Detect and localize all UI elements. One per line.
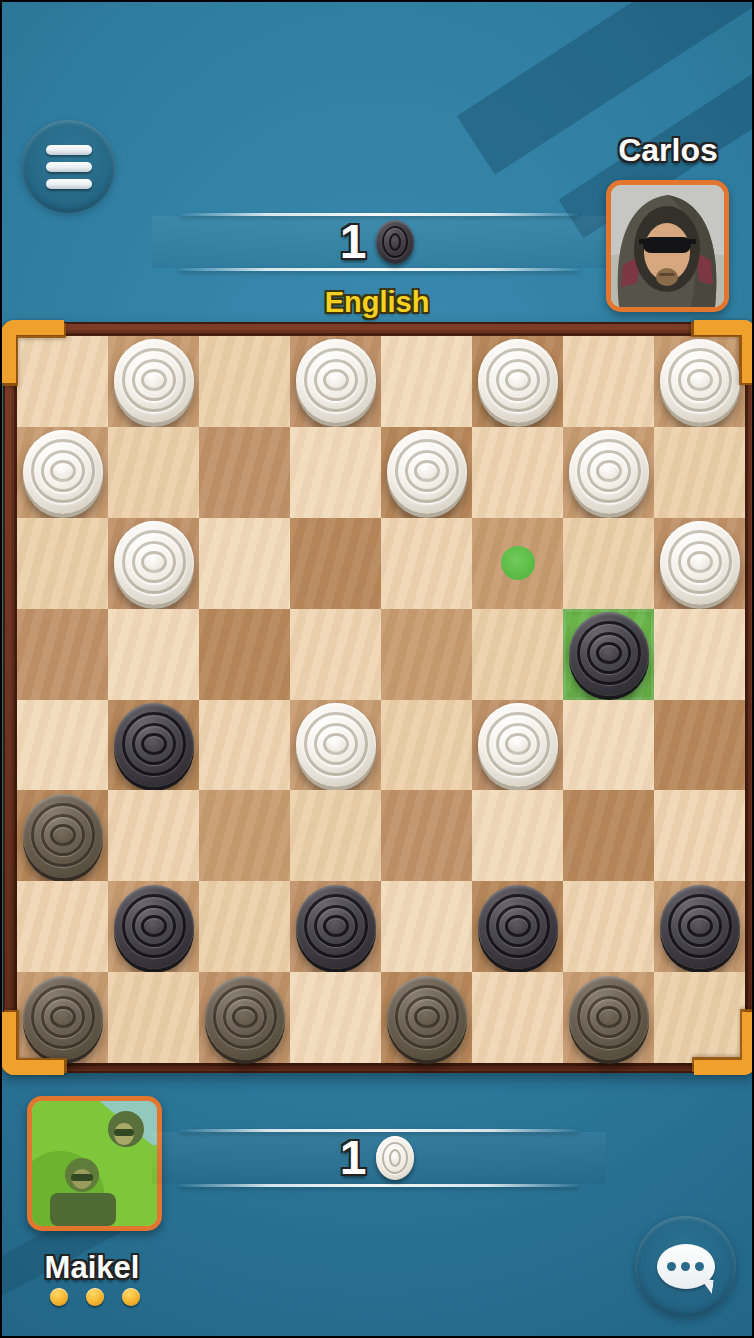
black-piece[interactable] bbox=[387, 976, 467, 1060]
white-piece[interactable] bbox=[569, 430, 649, 514]
white-checker-icon bbox=[376, 1136, 414, 1180]
status-dots-row bbox=[50, 1288, 140, 1306]
board-corner-bracket bbox=[1, 320, 64, 383]
square-r4c2[interactable] bbox=[108, 609, 199, 700]
square-r5c3[interactable] bbox=[199, 700, 290, 791]
white-piece[interactable] bbox=[387, 430, 467, 514]
checkers-game-screen: Carlos 1 English bbox=[0, 0, 754, 1338]
square-r3c3[interactable] bbox=[199, 518, 290, 609]
white-piece[interactable] bbox=[478, 703, 558, 787]
square-r5c6[interactable] bbox=[472, 700, 563, 791]
square-r4c6[interactable] bbox=[472, 609, 563, 700]
board-corner-bracket bbox=[1, 1012, 64, 1075]
square-r3c5[interactable] bbox=[381, 518, 472, 609]
square-r5c1[interactable] bbox=[17, 700, 108, 791]
white-piece[interactable] bbox=[478, 339, 558, 423]
square-r5c4[interactable] bbox=[290, 700, 381, 791]
square-r4c3[interactable] bbox=[199, 609, 290, 700]
square-r2c7[interactable] bbox=[563, 427, 654, 518]
black-piece[interactable] bbox=[114, 703, 194, 787]
square-r8c3[interactable] bbox=[199, 972, 290, 1063]
square-r1c5[interactable] bbox=[381, 336, 472, 427]
white-piece[interactable] bbox=[296, 703, 376, 787]
square-r2c1[interactable] bbox=[17, 427, 108, 518]
square-r8c4[interactable] bbox=[290, 972, 381, 1063]
status-dot bbox=[122, 1288, 140, 1306]
player-name: Maikel bbox=[7, 1250, 177, 1286]
square-r3c1[interactable] bbox=[17, 518, 108, 609]
square-r1c4[interactable] bbox=[290, 336, 381, 427]
square-r2c4[interactable] bbox=[290, 427, 381, 518]
black-piece[interactable] bbox=[569, 612, 649, 696]
square-r6c5[interactable] bbox=[381, 790, 472, 881]
square-r3c2[interactable] bbox=[108, 518, 199, 609]
menu-button[interactable] bbox=[22, 120, 115, 213]
white-piece[interactable] bbox=[660, 521, 740, 605]
square-r3c7[interactable] bbox=[563, 518, 654, 609]
square-r3c4[interactable] bbox=[290, 518, 381, 609]
black-piece[interactable] bbox=[296, 885, 376, 969]
square-r7c5[interactable] bbox=[381, 881, 472, 972]
square-r2c8[interactable] bbox=[654, 427, 745, 518]
square-r6c3[interactable] bbox=[199, 790, 290, 881]
black-piece[interactable] bbox=[569, 976, 649, 1060]
square-r6c4[interactable] bbox=[290, 790, 381, 881]
square-r2c5[interactable] bbox=[381, 427, 472, 518]
square-r5c7[interactable] bbox=[563, 700, 654, 791]
board-corner-bracket bbox=[694, 1012, 754, 1075]
chat-bubble-icon bbox=[657, 1244, 715, 1289]
black-piece[interactable] bbox=[23, 794, 103, 878]
player-captured-count: 1 bbox=[340, 1134, 367, 1182]
square-r2c6[interactable] bbox=[472, 427, 563, 518]
square-r6c6[interactable] bbox=[472, 790, 563, 881]
board-corner-bracket bbox=[694, 320, 754, 383]
square-r3c8[interactable] bbox=[654, 518, 745, 609]
square-r4c4[interactable] bbox=[290, 609, 381, 700]
white-piece[interactable] bbox=[114, 339, 194, 423]
square-r6c1[interactable] bbox=[17, 790, 108, 881]
square-r7c4[interactable] bbox=[290, 881, 381, 972]
opponent-captured-count: 1 bbox=[340, 218, 367, 266]
board-grid bbox=[17, 336, 745, 1063]
square-r6c8[interactable] bbox=[654, 790, 745, 881]
black-piece[interactable] bbox=[660, 885, 740, 969]
square-r6c2[interactable] bbox=[108, 790, 199, 881]
square-r8c6[interactable] bbox=[472, 972, 563, 1063]
square-r2c3[interactable] bbox=[199, 427, 290, 518]
white-piece[interactable] bbox=[114, 521, 194, 605]
square-r6c7[interactable] bbox=[563, 790, 654, 881]
score-line bbox=[179, 1184, 579, 1187]
square-r7c7[interactable] bbox=[563, 881, 654, 972]
score-line bbox=[179, 268, 579, 271]
square-r1c7[interactable] bbox=[563, 336, 654, 427]
black-piece[interactable] bbox=[205, 976, 285, 1060]
square-r5c2[interactable] bbox=[108, 700, 199, 791]
square-r1c2[interactable] bbox=[108, 336, 199, 427]
player-capture-counter: 1 bbox=[2, 1134, 752, 1182]
score-line bbox=[179, 1129, 579, 1132]
square-r4c5[interactable] bbox=[381, 609, 472, 700]
square-r4c7[interactable] bbox=[563, 609, 654, 700]
opponent-name: Carlos bbox=[598, 132, 738, 169]
square-r8c5[interactable] bbox=[381, 972, 472, 1063]
square-r1c6[interactable] bbox=[472, 336, 563, 427]
square-r2c2[interactable] bbox=[108, 427, 199, 518]
square-r8c7[interactable] bbox=[563, 972, 654, 1063]
square-r7c1[interactable] bbox=[17, 881, 108, 972]
square-r4c8[interactable] bbox=[654, 609, 745, 700]
checkers-board bbox=[3, 322, 754, 1073]
black-piece[interactable] bbox=[478, 885, 558, 969]
square-r1c3[interactable] bbox=[199, 336, 290, 427]
square-r4c1[interactable] bbox=[17, 609, 108, 700]
white-piece[interactable] bbox=[23, 430, 103, 514]
status-dot bbox=[86, 1288, 104, 1306]
black-piece[interactable] bbox=[114, 885, 194, 969]
square-r5c8[interactable] bbox=[654, 700, 745, 791]
black-checker-icon bbox=[376, 220, 414, 264]
square-r8c2[interactable] bbox=[108, 972, 199, 1063]
square-r5c5[interactable] bbox=[381, 700, 472, 791]
score-line bbox=[179, 213, 579, 216]
white-piece[interactable] bbox=[296, 339, 376, 423]
chat-button[interactable] bbox=[635, 1216, 736, 1317]
square-r7c6[interactable] bbox=[472, 881, 563, 972]
status-dot bbox=[50, 1288, 68, 1306]
square-r7c2[interactable] bbox=[108, 881, 199, 972]
variant-label: English bbox=[2, 286, 752, 319]
square-r7c3[interactable] bbox=[199, 881, 290, 972]
square-r7c8[interactable] bbox=[654, 881, 745, 972]
square-r3c6[interactable] bbox=[472, 518, 563, 609]
opponent-capture-counter: 1 bbox=[2, 218, 752, 266]
